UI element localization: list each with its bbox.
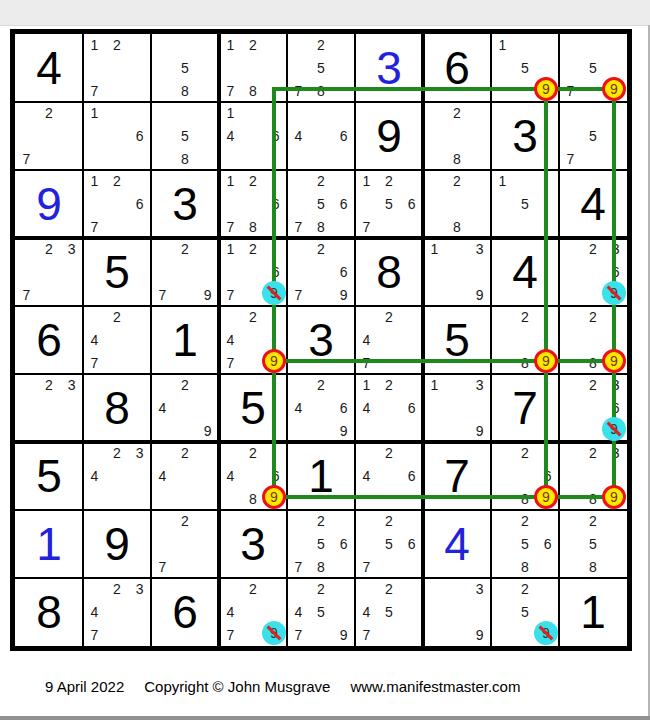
pencil-marks: 28 [423, 170, 491, 238]
candidate-3: 3 [468, 578, 491, 601]
cell-r9c7[interactable]: 39 [423, 578, 491, 646]
candidate-2: 2 [242, 306, 265, 329]
footer-copyright: Copyright © John Musgrave [144, 678, 330, 695]
grid-line-v [286, 34, 288, 646]
candidate-2: 2 [174, 374, 197, 397]
given-digit: 1 [580, 589, 606, 635]
cell-r7c5[interactable]: 1 [287, 442, 355, 510]
chain-node-circle: 9 [602, 485, 626, 509]
cell-r2c8[interactable]: 3 [491, 102, 559, 170]
cell-r3c6[interactable]: 12567 [355, 170, 423, 238]
candidate-6: 6 [128, 193, 151, 216]
given-digit: 3 [172, 181, 198, 227]
candidate-2: 2 [310, 170, 333, 193]
pencil-marks: 2347 [83, 578, 151, 646]
pencil-marks: 39 [423, 578, 491, 646]
given-digit: 8 [376, 249, 402, 295]
cell-r8c4[interactable]: 3 [219, 510, 287, 578]
candidate-2: 2 [106, 306, 129, 329]
cell-r6c6[interactable]: 1246 [355, 374, 423, 442]
candidate-2: 2 [106, 578, 129, 601]
candidate-4: 4 [83, 465, 106, 488]
grid-line-h [15, 305, 627, 307]
cell-r8c9[interactable]: 258 [559, 510, 627, 578]
candidate-4: 4 [83, 329, 106, 352]
entered-digit: 3 [376, 45, 402, 91]
candidate-4: 4 [355, 465, 378, 488]
candidate-2: 2 [514, 578, 537, 601]
cell-r4c3[interactable]: 279 [151, 238, 219, 306]
candidate-2: 2 [310, 510, 333, 533]
cell-r3c1[interactable]: 9 [15, 170, 83, 238]
grid-line-h [15, 169, 627, 171]
candidate-2: 2 [378, 578, 401, 601]
pencil-marks: 12678 [219, 170, 287, 238]
candidate-9: 9 [468, 283, 491, 306]
candidate-2: 2 [310, 238, 333, 261]
sudoku-board: 4127581278257836159579271658146469283579… [10, 29, 632, 651]
chain-node-circle: 9 [262, 485, 286, 509]
candidate-1: 1 [219, 34, 242, 57]
candidate-5: 5 [582, 57, 605, 80]
cell-r2c5[interactable]: 46 [287, 102, 355, 170]
pencil-marks: 57 [559, 102, 627, 170]
candidate-9: 9 [468, 623, 491, 646]
candidate-1: 1 [423, 238, 446, 261]
pencil-marks: 234 [83, 442, 151, 510]
page: 4127581278257836159579271658146469283579… [0, 0, 650, 720]
elimination-circle: 9 [262, 281, 286, 305]
grid-line-v [354, 34, 356, 646]
cell-r8c8[interactable]: 2568 [491, 510, 559, 578]
candidate-8: 8 [174, 79, 197, 102]
pencil-marks: 258 [559, 510, 627, 578]
chain-line [272, 87, 616, 91]
candidate-7: 7 [219, 283, 242, 306]
candidate-4: 4 [219, 125, 242, 148]
candidate-7: 7 [83, 215, 106, 238]
grid-line-v [150, 34, 152, 646]
candidate-3: 3 [128, 442, 151, 465]
pencil-marks: 58 [151, 102, 219, 170]
candidate-5: 5 [514, 57, 537, 80]
candidate-7: 7 [83, 79, 106, 102]
chain-node-circle: 9 [534, 349, 558, 373]
candidate-5: 5 [582, 533, 605, 556]
given-digit: 5 [240, 385, 266, 431]
chain-node-circle: 9 [534, 77, 558, 101]
candidate-1: 1 [219, 170, 242, 193]
candidate-3: 3 [60, 238, 83, 261]
chain-line [544, 87, 548, 499]
candidate-9: 9 [468, 419, 491, 442]
cell-r9c1[interactable]: 8 [15, 578, 83, 646]
cell-r4c8[interactable]: 4 [491, 238, 559, 306]
cell-r9c9[interactable]: 1 [559, 578, 627, 646]
cell-r8c6[interactable]: 2567 [355, 510, 423, 578]
elimination-circle: 9 [262, 621, 286, 645]
candidate-6: 6 [332, 397, 355, 420]
candidate-7: 7 [15, 147, 38, 170]
candidate-6: 6 [400, 397, 423, 420]
candidate-7: 7 [219, 79, 242, 102]
candidate-4: 4 [287, 125, 310, 148]
candidate-2: 2 [38, 238, 61, 261]
grid-line-h [15, 577, 627, 579]
pencil-marks: 279 [151, 238, 219, 306]
candidate-1: 1 [83, 170, 106, 193]
given-digit: 9 [104, 521, 130, 567]
elimination-circle: 9 [534, 621, 558, 645]
pencil-marks: 1246 [355, 374, 423, 442]
candidate-8: 8 [310, 555, 333, 578]
chain-node-circle: 9 [262, 349, 286, 373]
candidate-8: 8 [446, 215, 469, 238]
candidate-4: 4 [355, 329, 378, 352]
pencil-marks: 25678 [287, 510, 355, 578]
candidate-2: 2 [446, 170, 469, 193]
cell-r1c3[interactable]: 58 [151, 34, 219, 102]
candidate-2: 2 [310, 578, 333, 601]
pencil-marks: 146 [219, 102, 287, 170]
cell-r4c7[interactable]: 139 [423, 238, 491, 306]
candidate-3: 3 [60, 374, 83, 397]
candidate-1: 1 [219, 102, 242, 125]
given-digit: 8 [36, 589, 62, 635]
candidate-6: 6 [332, 193, 355, 216]
pencil-marks: 12567 [355, 170, 423, 238]
cell-r8c3[interactable]: 27 [151, 510, 219, 578]
candidate-7: 7 [559, 147, 582, 170]
candidate-7: 7 [83, 351, 106, 374]
pencil-marks: 27 [151, 510, 219, 578]
grid-line-h [15, 101, 627, 103]
candidate-4: 4 [219, 329, 242, 352]
cell-r8c1[interactable]: 1 [15, 510, 83, 578]
candidate-2: 2 [242, 578, 265, 601]
given-digit: 4 [36, 45, 62, 91]
cell-r1c2[interactable]: 127 [83, 34, 151, 102]
candidate-4: 4 [355, 397, 378, 420]
candidate-7: 7 [83, 623, 106, 646]
elimination-circle: 9 [602, 417, 626, 441]
candidate-2: 2 [514, 442, 537, 465]
candidate-6: 6 [128, 125, 151, 148]
candidate-5: 5 [174, 57, 197, 80]
candidate-6: 6 [400, 465, 423, 488]
given-digit: 5 [444, 317, 470, 363]
candidate-3: 3 [128, 578, 151, 601]
cell-r3c4[interactable]: 12678 [219, 170, 287, 238]
candidate-9: 9 [332, 283, 355, 306]
candidate-2: 2 [378, 374, 401, 397]
pencil-marks: 2457 [355, 578, 423, 646]
candidate-3: 3 [468, 238, 491, 261]
entered-digit: 1 [36, 521, 62, 567]
candidate-4: 4 [355, 601, 378, 624]
pencil-marks: 24 [151, 442, 219, 510]
cell-r5c6[interactable]: 247 [355, 306, 423, 374]
candidate-7: 7 [151, 283, 174, 306]
candidate-5: 5 [310, 193, 333, 216]
cell-r9c3[interactable]: 6 [151, 578, 219, 646]
cell-r2c7[interactable]: 28 [423, 102, 491, 170]
candidate-1: 1 [355, 170, 378, 193]
cell-r5c3[interactable]: 1 [151, 306, 219, 374]
cell-r3c7[interactable]: 28 [423, 170, 491, 238]
grid-line-h [15, 373, 627, 375]
candidate-2: 2 [582, 442, 605, 465]
candidate-6: 6 [332, 533, 355, 556]
candidate-2: 2 [378, 442, 401, 465]
pencil-marks: 27 [15, 102, 83, 170]
candidate-3: 3 [468, 374, 491, 397]
cell-r6c1[interactable]: 23 [15, 374, 83, 442]
cell-r6c8[interactable]: 7 [491, 374, 559, 442]
cell-r7c6[interactable]: 246 [355, 442, 423, 510]
candidate-4: 4 [287, 601, 310, 624]
candidate-7: 7 [355, 215, 378, 238]
cell-r6c3[interactable]: 249 [151, 374, 219, 442]
cell-r3c8[interactable]: 15 [491, 170, 559, 238]
given-digit: 6 [172, 589, 198, 635]
given-digit: 9 [376, 113, 402, 159]
cell-r6c4[interactable]: 5 [219, 374, 287, 442]
cell-r9c6[interactable]: 2457 [355, 578, 423, 646]
box-line-v [421, 34, 425, 646]
cell-r7c3[interactable]: 24 [151, 442, 219, 510]
candidate-2: 2 [582, 306, 605, 329]
candidate-7: 7 [219, 623, 242, 646]
box-line-h [15, 440, 627, 444]
candidate-7: 7 [287, 215, 310, 238]
pencil-marks: 1278 [219, 34, 287, 102]
cell-r4c1[interactable]: 237 [15, 238, 83, 306]
cell-r2c9[interactable]: 57 [559, 102, 627, 170]
grid-line-v [82, 34, 84, 646]
given-digit: 1 [172, 317, 198, 363]
candidate-2: 2 [582, 374, 605, 397]
cell-r2c2[interactable]: 16 [83, 102, 151, 170]
top-gray-strip [0, 0, 650, 26]
candidate-6: 6 [400, 193, 423, 216]
pencil-marks: 2568 [491, 510, 559, 578]
candidate-5: 5 [378, 193, 401, 216]
cell-r1c6[interactable]: 3 [355, 34, 423, 102]
cell-r3c9[interactable]: 4 [559, 170, 627, 238]
page-bottom-edge [0, 716, 650, 720]
candidate-8: 8 [514, 555, 537, 578]
candidate-5: 5 [582, 125, 605, 148]
candidate-8: 8 [446, 147, 469, 170]
box-line-h [15, 236, 627, 240]
candidate-5: 5 [378, 601, 401, 624]
entered-digit: 9 [36, 181, 62, 227]
chain-node-circle: 9 [602, 77, 626, 101]
cell-r1c4[interactable]: 1278 [219, 34, 287, 102]
candidate-6: 6 [400, 533, 423, 556]
candidate-5: 5 [310, 533, 333, 556]
cell-r3c3[interactable]: 3 [151, 170, 219, 238]
cell-r7c7[interactable]: 7 [423, 442, 491, 510]
pencil-marks: 247 [355, 306, 423, 374]
candidate-5: 5 [310, 57, 333, 80]
given-digit: 3 [240, 521, 266, 567]
pencil-marks: 23 [15, 374, 83, 442]
pencil-marks: 127 [83, 34, 151, 102]
pencil-marks: 2679 [287, 238, 355, 306]
pencil-marks: 246 [355, 442, 423, 510]
pencil-marks: 139 [423, 238, 491, 306]
candidate-5: 5 [310, 601, 333, 624]
candidate-2: 2 [514, 510, 537, 533]
candidate-2: 2 [38, 102, 61, 125]
candidate-2: 2 [174, 238, 197, 261]
candidate-1: 1 [83, 34, 106, 57]
candidate-7: 7 [15, 283, 38, 306]
given-digit: 4 [512, 249, 538, 295]
given-digit: 3 [512, 113, 538, 159]
candidate-8: 8 [174, 147, 197, 170]
candidate-8: 8 [242, 79, 265, 102]
candidate-2: 2 [106, 170, 129, 193]
candidate-1: 1 [83, 102, 106, 125]
candidate-8: 8 [310, 215, 333, 238]
candidate-2: 2 [378, 306, 401, 329]
candidate-4: 4 [151, 465, 174, 488]
candidate-2: 2 [582, 238, 605, 261]
candidate-5: 5 [378, 533, 401, 556]
candidate-1: 1 [219, 238, 242, 261]
cell-r2c3[interactable]: 58 [151, 102, 219, 170]
pencil-marks: 15 [491, 170, 559, 238]
candidate-6: 6 [536, 533, 559, 556]
cell-r8c5[interactable]: 25678 [287, 510, 355, 578]
cell-r4c6[interactable]: 8 [355, 238, 423, 306]
candidate-2: 2 [106, 34, 129, 57]
pencil-marks: 46 [287, 102, 355, 170]
candidate-1: 1 [491, 170, 514, 193]
pencil-marks: 247 [83, 306, 151, 374]
cell-r8c7[interactable]: 4 [423, 510, 491, 578]
cell-r1c1[interactable]: 4 [15, 34, 83, 102]
cell-r5c2[interactable]: 247 [83, 306, 151, 374]
footer: 9 April 2022Copyright © John Musgravewww… [45, 678, 540, 695]
footer-date: 9 April 2022 [45, 678, 124, 695]
candidate-5: 5 [514, 533, 537, 556]
pencil-marks: 2567 [355, 510, 423, 578]
cell-r6c2[interactable]: 8 [83, 374, 151, 442]
candidate-5: 5 [514, 601, 537, 624]
candidate-6: 6 [332, 125, 355, 148]
pencil-marks: 139 [423, 374, 491, 442]
cell-r7c1[interactable]: 5 [15, 442, 83, 510]
cell-r9c5[interactable]: 24579 [287, 578, 355, 646]
candidate-9: 9 [332, 419, 355, 442]
candidate-2: 2 [242, 442, 265, 465]
grid-line-v [558, 34, 560, 646]
cell-r5c7[interactable]: 5 [423, 306, 491, 374]
candidate-2: 2 [378, 170, 401, 193]
pencil-marks: 2578 [287, 34, 355, 102]
cell-r8c2[interactable]: 9 [83, 510, 151, 578]
pencil-marks: 24579 [287, 578, 355, 646]
pencil-marks: 2469 [287, 374, 355, 442]
pencil-marks: 28 [423, 102, 491, 170]
candidate-7: 7 [355, 555, 378, 578]
cell-r6c7[interactable]: 139 [423, 374, 491, 442]
candidate-7: 7 [287, 555, 310, 578]
cell-r7c2[interactable]: 234 [83, 442, 151, 510]
given-digit: 6 [36, 317, 62, 363]
cell-r2c1[interactable]: 27 [15, 102, 83, 170]
given-digit: 5 [36, 453, 62, 499]
candidate-2: 2 [106, 442, 129, 465]
candidate-7: 7 [287, 283, 310, 306]
given-digit: 7 [512, 385, 538, 431]
candidate-2: 2 [174, 510, 197, 533]
chain-line [272, 495, 616, 499]
candidate-1: 1 [355, 374, 378, 397]
grid-line-h [15, 509, 627, 511]
candidate-2: 2 [242, 238, 265, 261]
pencil-marks: 249 [151, 374, 219, 442]
pencil-marks: 237 [15, 238, 83, 306]
candidate-5: 5 [514, 193, 537, 216]
candidate-2: 2 [310, 34, 333, 57]
pencil-marks: 16 [83, 102, 151, 170]
cell-r5c5[interactable]: 3 [287, 306, 355, 374]
candidate-7: 7 [151, 555, 174, 578]
candidate-2: 2 [446, 102, 469, 125]
cell-r5c1[interactable]: 6 [15, 306, 83, 374]
elimination-circle: 9 [602, 281, 626, 305]
candidate-4: 4 [83, 601, 106, 624]
cell-r6c5[interactable]: 2469 [287, 374, 355, 442]
candidate-8: 8 [582, 555, 605, 578]
cell-r3c5[interactable]: 25678 [287, 170, 355, 238]
candidate-8: 8 [242, 215, 265, 238]
candidate-4: 4 [287, 397, 310, 420]
cell-r3c2[interactable]: 1267 [83, 170, 151, 238]
candidate-4: 4 [219, 465, 242, 488]
cell-r9c2[interactable]: 2347 [83, 578, 151, 646]
candidate-2: 2 [378, 510, 401, 533]
cell-r2c6[interactable]: 9 [355, 102, 423, 170]
given-digit: 8 [104, 385, 130, 431]
candidate-1: 1 [491, 34, 514, 57]
given-digit: 1 [308, 453, 334, 499]
candidate-4: 4 [219, 601, 242, 624]
footer-website: www.manifestmaster.com [350, 678, 520, 695]
given-digit: 4 [580, 181, 606, 227]
box-line-v [217, 34, 221, 646]
candidate-7: 7 [219, 215, 242, 238]
cell-r4c5[interactable]: 2679 [287, 238, 355, 306]
cell-r1c5[interactable]: 2578 [287, 34, 355, 102]
candidate-7: 7 [219, 351, 242, 374]
cell-r1c7[interactable]: 6 [423, 34, 491, 102]
candidate-7: 7 [355, 623, 378, 646]
cell-r4c2[interactable]: 5 [83, 238, 151, 306]
chain-line [272, 359, 616, 363]
cell-r2c4[interactable]: 146 [219, 102, 287, 170]
candidate-8: 8 [242, 487, 265, 510]
given-digit: 7 [444, 453, 470, 499]
candidate-9: 9 [196, 419, 219, 442]
candidate-2: 2 [38, 374, 61, 397]
chain-node-circle: 9 [534, 485, 558, 509]
